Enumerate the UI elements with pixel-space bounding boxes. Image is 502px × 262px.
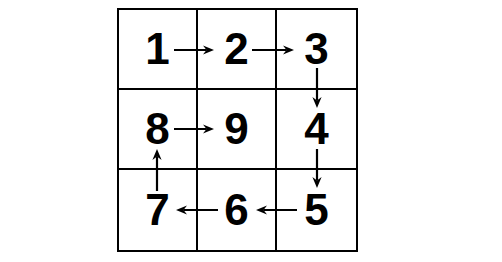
board-grid: 1 2 3 8 9 4 7 6 5 xyxy=(117,8,358,252)
puzzle-diagram: 1 2 3 8 9 4 7 6 5 xyxy=(0,0,502,262)
cell-r0c2: 3 xyxy=(277,10,356,90)
cell-r0c1: 2 xyxy=(198,10,277,90)
cell-r2c1: 6 xyxy=(198,170,277,250)
cell-r1c1: 9 xyxy=(198,90,277,170)
cell-r0c0: 1 xyxy=(119,10,198,90)
cell-r2c0: 7 xyxy=(119,170,198,250)
cell-r1c2: 4 xyxy=(277,90,356,170)
cell-r1c0: 8 xyxy=(119,90,198,170)
cell-r2c2: 5 xyxy=(277,170,356,250)
